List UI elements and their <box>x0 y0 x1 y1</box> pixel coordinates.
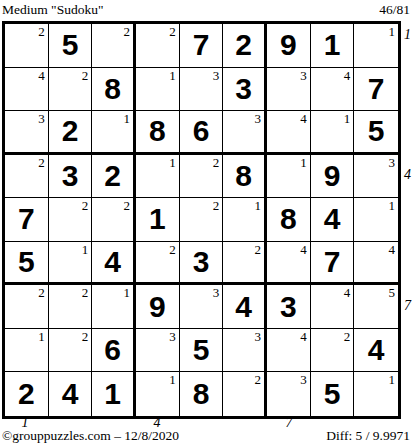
given-digit: 1 <box>104 379 121 409</box>
row-label-7: 7 <box>404 299 411 313</box>
given-digit: 3 <box>280 292 297 322</box>
corner-mark: 4 <box>300 330 307 344</box>
given-digit: 7 <box>193 30 210 60</box>
cell-r9c7[interactable]: 3 <box>267 372 311 416</box>
corner-mark: 4 <box>344 69 351 83</box>
cell-r6c9[interactable]: 4 <box>354 242 398 286</box>
corner-mark: 1 <box>124 286 131 300</box>
corner-mark: 3 <box>300 69 307 83</box>
cell-r2c2[interactable]: 2 <box>49 68 93 112</box>
cell-r8c9: 4 <box>354 329 398 373</box>
given-digit: 7 <box>18 204 35 234</box>
cell-r7c3[interactable]: 1 <box>92 285 136 329</box>
cell-r5c2[interactable]: 2 <box>49 198 93 242</box>
corner-mark: 1 <box>169 373 176 387</box>
corner-mark: 3 <box>255 330 262 344</box>
cell-r8c1[interactable]: 1 <box>5 329 49 373</box>
given-digit: 8 <box>149 116 166 146</box>
given-digit: 5 <box>18 247 35 277</box>
cell-r2c5[interactable]: 3 <box>180 68 224 112</box>
given-digit: 2 <box>104 161 121 191</box>
given-digit: 3 <box>235 74 252 104</box>
given-digit: 5 <box>324 379 341 409</box>
cell-r6c6[interactable]: 2 <box>223 242 267 286</box>
cell-r7c9[interactable]: 5 <box>354 285 398 329</box>
corner-mark: 3 <box>300 373 307 387</box>
cell-r4c3: 2 <box>92 155 136 199</box>
row-label-1: 1 <box>404 28 411 42</box>
cell-r1c3[interactable]: 2 <box>92 24 136 68</box>
cell-r1c9[interactable]: 1 <box>354 24 398 68</box>
corner-mark: 2 <box>255 373 262 387</box>
given-digit: 8 <box>104 74 121 104</box>
given-digit: 7 <box>324 247 341 277</box>
given-digit: 9 <box>324 161 341 191</box>
cell-r7c6: 4 <box>223 285 267 329</box>
given-digit: 1 <box>324 30 341 60</box>
cell-r5c4: 1 <box>136 198 180 242</box>
cell-r3c8[interactable]: 1 <box>311 111 355 155</box>
cell-r1c4[interactable]: 2 <box>136 24 180 68</box>
corner-mark: 4 <box>38 69 45 83</box>
cell-r5c3[interactable]: 2 <box>92 198 136 242</box>
given-digit: 5 <box>193 335 210 365</box>
corner-mark: 2 <box>38 25 45 39</box>
corner-mark: 4 <box>344 286 351 300</box>
given-digit: 6 <box>193 116 210 146</box>
corner-mark: 3 <box>38 112 45 126</box>
cell-r9c4[interactable]: 1 <box>136 372 180 416</box>
cell-r3c3[interactable]: 1 <box>92 111 136 155</box>
corner-mark: 2 <box>169 25 176 39</box>
cell-r4c4[interactable]: 1 <box>136 155 180 199</box>
corner-mark: 3 <box>169 330 176 344</box>
given-digit: 4 <box>235 292 252 322</box>
cell-r4c7[interactable]: 1 <box>267 155 311 199</box>
cell-r1c5: 7 <box>180 24 224 68</box>
given-digit: 2 <box>235 30 252 60</box>
cell-r1c2: 5 <box>49 24 93 68</box>
cell-r8c3: 6 <box>92 329 136 373</box>
cell-r9c2: 4 <box>49 372 93 416</box>
corner-mark: 1 <box>38 330 45 344</box>
corner-mark: 3 <box>213 286 220 300</box>
cell-r6c4[interactable]: 2 <box>136 242 180 286</box>
cell-r8c4[interactable]: 3 <box>136 329 180 373</box>
given-digit: 7 <box>368 74 385 104</box>
cell-r2c3: 8 <box>92 68 136 112</box>
given-digit: 5 <box>368 116 385 146</box>
difficulty-text: Diff: 5 / 9.9971 <box>326 428 410 444</box>
corner-mark: 2 <box>169 243 176 257</box>
corner-mark: 1 <box>169 156 176 170</box>
cell-r7c4: 9 <box>136 285 180 329</box>
cell-r4c6: 8 <box>223 155 267 199</box>
copyright-text: ©grouppuzzles.com – 12/8/2020 <box>2 428 179 444</box>
cell-r5c9[interactable]: 1 <box>354 198 398 242</box>
cell-r4c2: 3 <box>49 155 93 199</box>
cell-r5c6[interactable]: 1 <box>223 198 267 242</box>
sudoku-board: 2522729114281333473218634152321281937221… <box>2 21 401 419</box>
cell-r1c8: 1 <box>311 24 355 68</box>
cell-r7c5[interactable]: 3 <box>180 285 224 329</box>
cell-r6c5: 3 <box>180 242 224 286</box>
cell-r9c8: 5 <box>311 372 355 416</box>
cell-r9c9[interactable]: 1 <box>354 372 398 416</box>
cell-r3c7[interactable]: 4 <box>267 111 311 155</box>
corner-mark: 1 <box>344 112 351 126</box>
cell-r7c2[interactable]: 2 <box>49 285 93 329</box>
col-label-7: 7 <box>286 416 293 430</box>
cell-r1c1[interactable]: 2 <box>5 24 49 68</box>
cell-counter: 46/81 <box>379 2 410 18</box>
row-label-4: 4 <box>404 168 411 182</box>
corner-mark: 3 <box>255 112 262 126</box>
given-digit: 5 <box>62 30 79 60</box>
corner-mark: 1 <box>124 112 131 126</box>
cell-r3c2: 2 <box>49 111 93 155</box>
cell-r1c7: 9 <box>267 24 311 68</box>
corner-mark: 2 <box>38 156 45 170</box>
cell-r2c7[interactable]: 3 <box>267 68 311 112</box>
cell-r4c1[interactable]: 2 <box>5 155 49 199</box>
cell-r4c8: 9 <box>311 155 355 199</box>
given-digit: 4 <box>62 379 79 409</box>
corner-mark: 4 <box>300 243 307 257</box>
cell-r8c2[interactable]: 2 <box>49 329 93 373</box>
cell-r6c3: 4 <box>92 242 136 286</box>
cell-r5c7: 8 <box>267 198 311 242</box>
corner-mark: 2 <box>255 243 262 257</box>
corner-mark: 1 <box>389 25 396 39</box>
cell-r9c6[interactable]: 2 <box>223 372 267 416</box>
given-digit: 8 <box>193 379 210 409</box>
cell-r3c9: 5 <box>354 111 398 155</box>
corner-mark: 1 <box>82 243 89 257</box>
corner-mark: 1 <box>169 69 176 83</box>
cell-r3c1[interactable]: 3 <box>5 111 49 155</box>
cell-r9c5: 8 <box>180 372 224 416</box>
corner-mark: 2 <box>38 286 45 300</box>
given-digit: 8 <box>235 161 252 191</box>
corner-mark: 4 <box>300 112 307 126</box>
cell-r5c1: 7 <box>5 198 49 242</box>
cell-r2c4[interactable]: 1 <box>136 68 180 112</box>
cell-r8c7[interactable]: 4 <box>267 329 311 373</box>
corner-mark: 2 <box>213 199 220 213</box>
given-digit: 9 <box>149 292 166 322</box>
corner-mark: 2 <box>124 25 131 39</box>
page-title: Medium "Sudoku" <box>2 2 103 18</box>
corner-mark: 1 <box>300 156 307 170</box>
corner-mark: 2 <box>82 199 89 213</box>
corner-mark: 3 <box>389 156 396 170</box>
corner-mark: 1 <box>255 199 262 213</box>
cell-r5c8: 4 <box>311 198 355 242</box>
cell-r8c5: 5 <box>180 329 224 373</box>
cell-r6c1: 5 <box>5 242 49 286</box>
corner-mark: 3 <box>213 69 220 83</box>
corner-mark: 1 <box>389 199 396 213</box>
cell-r2c6: 3 <box>223 68 267 112</box>
cell-r2c8[interactable]: 4 <box>311 68 355 112</box>
cell-r9c3: 1 <box>92 372 136 416</box>
cell-r8c8[interactable]: 2 <box>311 329 355 373</box>
corner-mark: 2 <box>82 330 89 344</box>
cell-r6c7[interactable]: 4 <box>267 242 311 286</box>
corner-mark: 2 <box>344 330 351 344</box>
corner-mark: 4 <box>389 243 396 257</box>
cell-r1c6: 2 <box>223 24 267 68</box>
cell-r7c8[interactable]: 4 <box>311 285 355 329</box>
given-digit: 9 <box>280 30 297 60</box>
given-digit: 6 <box>104 335 121 365</box>
cell-r5c5[interactable]: 2 <box>180 198 224 242</box>
cell-r3c5: 6 <box>180 111 224 155</box>
cell-r2c1[interactable]: 4 <box>5 68 49 112</box>
given-digit: 2 <box>62 116 79 146</box>
cell-r4c9[interactable]: 3 <box>354 155 398 199</box>
cell-r7c7: 3 <box>267 285 311 329</box>
cell-r7c1[interactable]: 2 <box>5 285 49 329</box>
corner-mark: 5 <box>389 286 396 300</box>
given-digit: 3 <box>62 161 79 191</box>
corner-mark: 2 <box>82 69 89 83</box>
cell-r2c9: 7 <box>354 68 398 112</box>
given-digit: 2 <box>18 379 35 409</box>
given-digit: 8 <box>280 204 297 234</box>
given-digit: 4 <box>104 247 121 277</box>
given-digit: 3 <box>193 247 210 277</box>
cell-r3c4: 8 <box>136 111 180 155</box>
cell-r3c6[interactable]: 3 <box>223 111 267 155</box>
cell-r6c2[interactable]: 1 <box>49 242 93 286</box>
corner-mark: 2 <box>124 199 131 213</box>
corner-mark: 2 <box>213 156 220 170</box>
corner-mark: 2 <box>82 286 89 300</box>
given-digit: 1 <box>149 204 166 234</box>
corner-mark: 1 <box>389 373 396 387</box>
given-digit: 4 <box>324 204 341 234</box>
cell-r6c8: 7 <box>311 242 355 286</box>
cell-r9c1: 2 <box>5 372 49 416</box>
cell-r4c5[interactable]: 2 <box>180 155 224 199</box>
given-digit: 4 <box>368 335 385 365</box>
cell-r8c6[interactable]: 3 <box>223 329 267 373</box>
